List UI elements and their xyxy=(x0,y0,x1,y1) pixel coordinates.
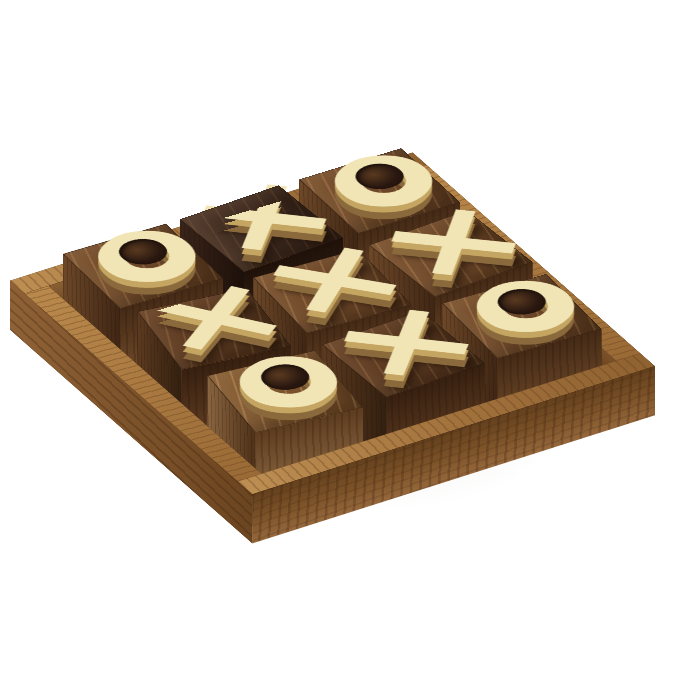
product-photo-scene: ○ ○ ○ × × × xyxy=(0,0,700,700)
photo-stage: ○ ○ ○ × × × xyxy=(0,0,700,700)
tictactoe-board: ○ ○ ○ × × × xyxy=(10,202,655,544)
